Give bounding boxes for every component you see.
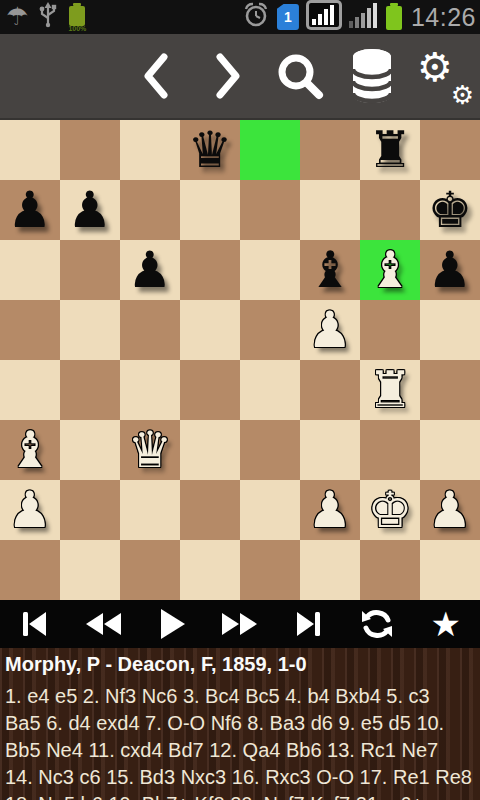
sim-card-icon: 1 [277, 4, 299, 30]
status-bar: ☂ 100% [0, 0, 480, 34]
square-g8[interactable]: ♜ [360, 120, 420, 180]
square-f4[interactable] [300, 360, 360, 420]
skip-to-end-button[interactable] [284, 604, 334, 644]
square-g4[interactable]: ♜ [360, 360, 420, 420]
status-time: 14:26 [411, 3, 476, 32]
piece-white-pawn: ♟ [308, 300, 353, 360]
playback-controls: ★ [0, 600, 480, 648]
square-c4[interactable] [120, 360, 180, 420]
square-f3[interactable] [300, 420, 360, 480]
phone-screen: ☂ 100% [0, 0, 480, 800]
square-c5[interactable] [120, 300, 180, 360]
square-b4[interactable] [60, 360, 120, 420]
square-c8[interactable] [120, 120, 180, 180]
piece-black-bishop: ♝ [308, 240, 353, 300]
square-b5[interactable] [60, 300, 120, 360]
gear-small-icon: ⚙ [451, 80, 474, 110]
move-list-line[interactable]: 18. Ng5 h6 19. Bh7+ Kf8 20. Nxf7 Kxf7 21… [5, 791, 475, 800]
battery-icon [386, 6, 402, 30]
square-b2[interactable] [60, 480, 120, 540]
square-a8[interactable] [0, 120, 60, 180]
game-info-panel: Morphy, P - Deacon, F, 1859, 1-0 1. e4 e… [0, 648, 480, 800]
square-e4[interactable] [240, 360, 300, 420]
square-d4[interactable] [180, 360, 240, 420]
square-c1[interactable] [120, 540, 180, 600]
fast-forward-button[interactable] [215, 604, 265, 644]
square-f2[interactable]: ♟ [300, 480, 360, 540]
piece-white-pawn: ♟ [308, 480, 353, 540]
square-b6[interactable] [60, 240, 120, 300]
play-button[interactable] [146, 604, 196, 644]
umbrella-icon: ☂ [6, 0, 28, 34]
square-d7[interactable] [180, 180, 240, 240]
square-e2[interactable] [240, 480, 300, 540]
square-b8[interactable] [60, 120, 120, 180]
square-f6[interactable]: ♝ [300, 240, 360, 300]
square-g6[interactable]: ♝ [360, 240, 420, 300]
square-g3[interactable] [360, 420, 420, 480]
gear-icon: ⚙ [417, 44, 453, 90]
square-h6[interactable]: ♟ [420, 240, 480, 300]
square-d8[interactable]: ♛ [180, 120, 240, 180]
piece-white-bishop: ♝ [368, 240, 413, 300]
piece-black-pawn: ♟ [128, 240, 173, 300]
square-b7[interactable]: ♟ [60, 180, 120, 240]
piece-black-queen: ♛ [188, 120, 233, 180]
signal-strength-icon [349, 2, 379, 32]
square-c6[interactable]: ♟ [120, 240, 180, 300]
square-a7[interactable]: ♟ [0, 180, 60, 240]
square-d1[interactable] [180, 540, 240, 600]
square-f1[interactable] [300, 540, 360, 600]
square-h7[interactable]: ♚ [420, 180, 480, 240]
square-d6[interactable] [180, 240, 240, 300]
square-h2[interactable]: ♟ [420, 480, 480, 540]
square-g7[interactable] [360, 180, 420, 240]
square-e8[interactable] [240, 120, 300, 180]
rewind-button[interactable] [78, 604, 128, 644]
square-c2[interactable] [120, 480, 180, 540]
back-arrow-icon[interactable] [126, 44, 186, 108]
refresh-button[interactable] [352, 604, 402, 644]
status-left-icons: ☂ 100% [0, 0, 86, 34]
square-a3[interactable]: ♝ [0, 420, 60, 480]
square-a1[interactable] [0, 540, 60, 600]
piece-white-king: ♚ [368, 480, 413, 540]
move-list-line[interactable]: Bb5 Ne4 11. cxd4 Bd7 12. Qa4 Bb6 13. Rc1… [5, 737, 475, 764]
nav-toolbar: ⚙ ⚙ [0, 34, 480, 120]
battery-percent-label: 100% [68, 25, 86, 32]
chess-board: ♛♜♟♟♚♟♝♝♟♟♜♝♛♟♟♚♟ [0, 120, 480, 600]
square-c7[interactable] [120, 180, 180, 240]
star-icon: ★ [430, 604, 460, 644]
skip-to-start-button[interactable] [9, 604, 59, 644]
square-h8[interactable] [420, 120, 480, 180]
square-a2[interactable]: ♟ [0, 480, 60, 540]
square-a5[interactable] [0, 300, 60, 360]
square-d5[interactable] [180, 300, 240, 360]
square-a4[interactable] [0, 360, 60, 420]
battery-100-icon: 100% [68, 6, 86, 32]
database-icon[interactable] [342, 44, 402, 108]
square-e7[interactable] [240, 180, 300, 240]
piece-black-pawn: ♟ [8, 180, 53, 240]
square-b1[interactable] [60, 540, 120, 600]
square-b3[interactable] [60, 420, 120, 480]
roaming-signal-icon [306, 0, 342, 34]
square-e6[interactable] [240, 240, 300, 300]
search-icon[interactable] [270, 44, 330, 108]
square-h1[interactable] [420, 540, 480, 600]
square-g2[interactable]: ♚ [360, 480, 420, 540]
piece-white-pawn: ♟ [428, 480, 473, 540]
piece-black-pawn: ♟ [68, 180, 113, 240]
square-h3[interactable] [420, 420, 480, 480]
usb-icon [38, 2, 58, 32]
forward-arrow-icon[interactable] [198, 44, 258, 108]
square-c3[interactable]: ♛ [120, 420, 180, 480]
square-g1[interactable] [360, 540, 420, 600]
square-e5[interactable] [240, 300, 300, 360]
move-list-line[interactable]: 14. Nc3 c6 15. Bd3 Nxc3 16. Rxc3 O-O 17.… [5, 764, 475, 791]
piece-black-pawn: ♟ [428, 240, 473, 300]
square-e1[interactable] [240, 540, 300, 600]
move-list-line[interactable]: 1. e4 e5 2. Nf3 Nc6 3. Bc4 Bc5 4. b4 Bxb… [5, 683, 475, 710]
piece-black-rook: ♜ [368, 120, 413, 180]
piece-white-pawn: ♟ [8, 480, 53, 540]
status-right-icons: 1 [242, 0, 480, 34]
piece-white-bishop: ♝ [8, 420, 53, 480]
favorite-star-button[interactable]: ★ [421, 604, 471, 644]
square-e3[interactable] [240, 420, 300, 480]
square-a6[interactable] [0, 240, 60, 300]
piece-white-queen: ♛ [128, 420, 173, 480]
piece-black-king: ♚ [428, 180, 473, 240]
game-header: Morphy, P - Deacon, F, 1859, 1-0 [5, 651, 475, 677]
settings-gears-icon[interactable]: ⚙ ⚙ [414, 44, 474, 108]
alarm-clock-icon [242, 1, 270, 33]
square-h4[interactable] [420, 360, 480, 420]
move-list-line[interactable]: Ba5 6. d4 exd4 7. O-O Nf6 8. Ba3 d6 9. e… [5, 710, 475, 737]
square-f8[interactable] [300, 120, 360, 180]
square-g5[interactable] [360, 300, 420, 360]
square-h5[interactable] [420, 300, 480, 360]
piece-white-rook: ♜ [368, 360, 413, 420]
square-d2[interactable] [180, 480, 240, 540]
square-f7[interactable] [300, 180, 360, 240]
square-f5[interactable]: ♟ [300, 300, 360, 360]
square-d3[interactable] [180, 420, 240, 480]
